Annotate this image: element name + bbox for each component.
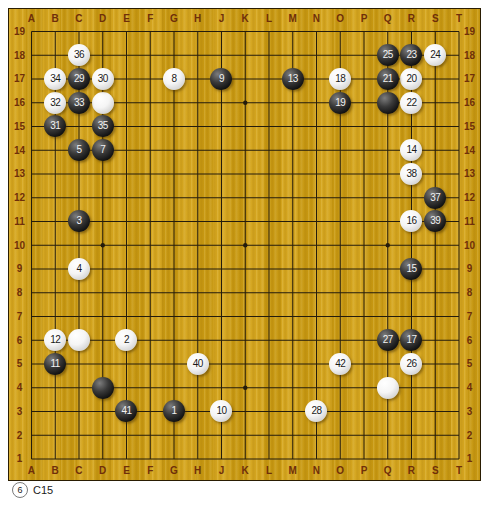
point-R5: 26 xyxy=(400,352,424,376)
point-S11: 39 xyxy=(423,210,447,234)
stone-white-26-R5: 26 xyxy=(400,353,422,375)
point-C14: 5 xyxy=(67,138,91,162)
point-E6: 2 xyxy=(115,328,139,352)
stone-black-35-D15: 35 xyxy=(92,115,114,137)
stone-white-38-R13: 38 xyxy=(400,163,422,185)
stone-black-29-C17: 29 xyxy=(68,68,90,90)
point-C11: 3 xyxy=(67,210,91,234)
stone-white-34-B17: 34 xyxy=(44,68,66,90)
stone-black-31-B15: 31 xyxy=(44,115,66,137)
stone-white-setup-D16 xyxy=(92,92,114,114)
point-J17: 9 xyxy=(210,67,234,91)
point-Q16 xyxy=(376,91,400,115)
point-R18: 23 xyxy=(400,43,424,67)
stone-white-10-J3: 10 xyxy=(210,400,232,422)
stone-black-25-Q18: 25 xyxy=(377,44,399,66)
point-B5: 11 xyxy=(43,352,67,376)
stone-black-41-E3: 41 xyxy=(115,400,137,422)
point-N3: 28 xyxy=(305,400,329,424)
point-B17: 34 xyxy=(43,67,67,91)
point-S12: 37 xyxy=(423,186,447,210)
point-C9: 4 xyxy=(67,257,91,281)
point-D17: 30 xyxy=(91,67,115,91)
stone-white-18-O17: 18 xyxy=(329,68,351,90)
point-R6: 17 xyxy=(400,328,424,352)
stone-black-11-B5: 11 xyxy=(44,353,66,375)
point-J3: 10 xyxy=(210,400,234,424)
stone-black-19-O16: 19 xyxy=(329,92,351,114)
point-G17: 8 xyxy=(162,67,186,91)
point-D14: 7 xyxy=(91,138,115,162)
stone-white-22-R16: 22 xyxy=(400,92,422,114)
stone-black-17-R6: 17 xyxy=(400,329,422,351)
point-D15: 35 xyxy=(91,115,115,139)
stone-white-24-S18: 24 xyxy=(424,44,446,66)
stone-white-28-N3: 28 xyxy=(305,400,327,422)
point-B6: 12 xyxy=(43,328,67,352)
go-board[interactable]: ABCDEFGHJKLMNOPQRST ABCDEFGHJKLMNOPQRST … xyxy=(8,8,481,481)
point-R14: 14 xyxy=(400,138,424,162)
point-E3: 41 xyxy=(115,400,139,424)
point-R17: 20 xyxy=(400,67,424,91)
point-O17: 18 xyxy=(328,67,352,91)
stone-black-setup-Q16 xyxy=(377,92,399,114)
stone-white-12-B6: 12 xyxy=(44,329,66,351)
stone-white-setup-Q4 xyxy=(377,377,399,399)
point-D4 xyxy=(91,376,115,400)
point-Q6: 27 xyxy=(376,328,400,352)
stone-white-36-C18: 36 xyxy=(68,44,90,66)
stone-black-37-S12: 37 xyxy=(424,187,446,209)
stone-black-21-Q17: 21 xyxy=(377,68,399,90)
point-C16: 33 xyxy=(67,91,91,115)
point-G3: 1 xyxy=(162,400,186,424)
stones-layer: 1234578910111213141516171819202122232425… xyxy=(20,20,471,471)
stone-black-39-S11: 39 xyxy=(424,210,446,232)
stone-black-1-G3: 1 xyxy=(163,400,185,422)
stone-white-setup-C6 xyxy=(68,329,90,351)
point-R13: 38 xyxy=(400,162,424,186)
point-C17: 29 xyxy=(67,67,91,91)
stone-white-42-O5: 42 xyxy=(329,353,351,375)
stone-white-14-R14: 14 xyxy=(400,139,422,161)
point-O5: 42 xyxy=(328,352,352,376)
point-Q18: 25 xyxy=(376,43,400,67)
point-R16: 22 xyxy=(400,91,424,115)
point-D16 xyxy=(91,91,115,115)
stone-black-5-C14: 5 xyxy=(68,139,90,161)
point-Q17: 21 xyxy=(376,67,400,91)
stone-black-13-M17: 13 xyxy=(282,68,304,90)
stone-black-33-C16: 33 xyxy=(68,92,90,114)
page: ABCDEFGHJKLMNOPQRST ABCDEFGHJKLMNOPQRST … xyxy=(0,0,490,520)
point-O16: 19 xyxy=(328,91,352,115)
point-Q4 xyxy=(376,376,400,400)
point-C6 xyxy=(67,328,91,352)
point-S18: 24 xyxy=(423,43,447,67)
stone-black-setup-D4 xyxy=(92,377,114,399)
stone-white-40-H5: 40 xyxy=(187,353,209,375)
stone-black-3-C11: 3 xyxy=(68,210,90,232)
stone-black-9-J17: 9 xyxy=(210,68,232,90)
stone-white-20-R17: 20 xyxy=(400,68,422,90)
point-R11: 16 xyxy=(400,210,424,234)
stone-white-2-E6: 2 xyxy=(115,329,137,351)
point-B15: 31 xyxy=(43,115,67,139)
stone-white-16-R11: 16 xyxy=(400,210,422,232)
stone-white-8-G17: 8 xyxy=(163,68,185,90)
stone-black-7-D14: 7 xyxy=(92,139,114,161)
point-H5: 40 xyxy=(186,352,210,376)
stone-white-4-C9: 4 xyxy=(68,258,90,280)
last-move-annotation: 6 C15 xyxy=(12,482,53,498)
stone-black-27-Q6: 27 xyxy=(377,329,399,351)
stone-white-32-B16: 32 xyxy=(44,92,66,114)
move-point-label: C15 xyxy=(33,484,53,496)
white-stone-symbol: 6 xyxy=(12,482,28,498)
stone-black-15-R9: 15 xyxy=(400,258,422,280)
stone-white-30-D17: 30 xyxy=(92,68,114,90)
point-C18: 36 xyxy=(67,43,91,67)
point-R9: 15 xyxy=(400,257,424,281)
point-B16: 32 xyxy=(43,91,67,115)
stone-black-23-R18: 23 xyxy=(400,44,422,66)
point-M17: 13 xyxy=(281,67,305,91)
